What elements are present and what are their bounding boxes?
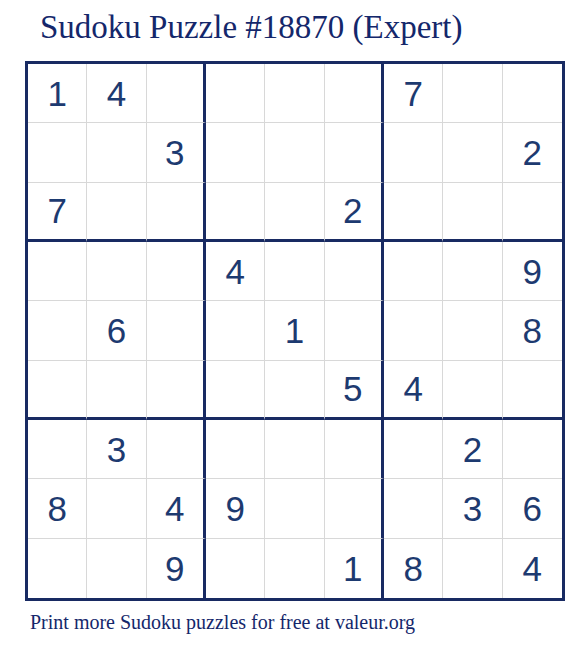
given-digit: 6 xyxy=(523,491,542,526)
given-digit: 4 xyxy=(225,254,244,289)
cell-r8c4: 9 xyxy=(206,479,265,538)
cell-r7c3 xyxy=(147,420,206,479)
cell-r3c7 xyxy=(384,183,443,242)
given-digit: 4 xyxy=(403,371,422,406)
cell-r7c8: 2 xyxy=(443,420,502,479)
cell-r8c6 xyxy=(325,479,384,538)
given-digit: 2 xyxy=(523,135,542,170)
cell-r1c7: 7 xyxy=(384,64,443,123)
cell-r5c4 xyxy=(206,301,265,360)
given-digit: 1 xyxy=(343,551,362,586)
cell-r4c9: 9 xyxy=(503,242,562,301)
cell-r3c6: 2 xyxy=(325,183,384,242)
cell-r4c7 xyxy=(384,242,443,301)
cell-r6c9 xyxy=(503,361,562,420)
cell-r1c1: 1 xyxy=(28,64,87,123)
cell-r7c7 xyxy=(384,420,443,479)
cell-r5c5: 1 xyxy=(265,301,324,360)
cell-r9c4 xyxy=(206,539,265,598)
cell-r5c6 xyxy=(325,301,384,360)
cell-r4c6 xyxy=(325,242,384,301)
cell-r1c8 xyxy=(443,64,502,123)
given-digit: 1 xyxy=(47,76,66,111)
cell-r4c4: 4 xyxy=(206,242,265,301)
cell-r1c4 xyxy=(206,64,265,123)
cell-r9c6: 1 xyxy=(325,539,384,598)
cell-r1c5 xyxy=(265,64,324,123)
cell-r1c3 xyxy=(147,64,206,123)
cell-r7c5 xyxy=(265,420,324,479)
given-digit: 6 xyxy=(107,313,126,348)
cell-r6c6: 5 xyxy=(325,361,384,420)
cell-r2c9: 2 xyxy=(503,123,562,182)
cell-r8c9: 6 xyxy=(503,479,562,538)
given-digit: 4 xyxy=(107,76,126,111)
cell-r5c2: 6 xyxy=(87,301,146,360)
cell-r5c7 xyxy=(384,301,443,360)
cell-r5c8 xyxy=(443,301,502,360)
cell-r3c3 xyxy=(147,183,206,242)
given-digit: 3 xyxy=(165,135,184,170)
cell-r2c3: 3 xyxy=(147,123,206,182)
given-digit: 8 xyxy=(47,491,66,526)
cell-r6c3 xyxy=(147,361,206,420)
given-digit: 1 xyxy=(285,313,304,348)
cell-r2c6 xyxy=(325,123,384,182)
cell-r9c9: 4 xyxy=(503,539,562,598)
cell-r6c1 xyxy=(28,361,87,420)
given-digit: 4 xyxy=(165,491,184,526)
cell-r5c1 xyxy=(28,301,87,360)
cell-r9c7: 8 xyxy=(384,539,443,598)
cell-r5c3 xyxy=(147,301,206,360)
sudoku-page: Sudoku Puzzle #18870 (Expert) 1473272496… xyxy=(0,0,580,651)
given-digit: 9 xyxy=(225,491,244,526)
cell-r4c3 xyxy=(147,242,206,301)
cell-r2c1 xyxy=(28,123,87,182)
cell-r3c9 xyxy=(503,183,562,242)
cell-r3c4 xyxy=(206,183,265,242)
sudoku-grid: 1473272496185432849369184 xyxy=(25,61,565,601)
cell-r8c1: 8 xyxy=(28,479,87,538)
cell-r8c3: 4 xyxy=(147,479,206,538)
given-digit: 2 xyxy=(463,432,482,467)
cell-r8c8: 3 xyxy=(443,479,502,538)
cell-r8c7 xyxy=(384,479,443,538)
given-digit: 7 xyxy=(47,193,66,228)
cell-r4c2 xyxy=(87,242,146,301)
cell-r3c2 xyxy=(87,183,146,242)
cell-r9c8 xyxy=(443,539,502,598)
page-title: Sudoku Puzzle #18870 (Expert) xyxy=(40,9,463,47)
cell-r9c5 xyxy=(265,539,324,598)
cell-r9c1 xyxy=(28,539,87,598)
cell-r3c8 xyxy=(443,183,502,242)
given-digit: 8 xyxy=(403,551,422,586)
cell-r6c2 xyxy=(87,361,146,420)
given-digit: 9 xyxy=(523,254,542,289)
cell-r8c2 xyxy=(87,479,146,538)
cell-r7c2: 3 xyxy=(87,420,146,479)
given-digit: 4 xyxy=(523,551,542,586)
cell-r1c6 xyxy=(325,64,384,123)
cell-r4c8 xyxy=(443,242,502,301)
cell-r9c2 xyxy=(87,539,146,598)
cell-r3c5 xyxy=(265,183,324,242)
cell-r4c5 xyxy=(265,242,324,301)
cell-r4c1 xyxy=(28,242,87,301)
cell-r6c7: 4 xyxy=(384,361,443,420)
cell-r9c3: 9 xyxy=(147,539,206,598)
cell-r2c2 xyxy=(87,123,146,182)
cell-r7c9 xyxy=(503,420,562,479)
given-digit: 2 xyxy=(343,193,362,228)
cell-r5c9: 8 xyxy=(503,301,562,360)
cell-r2c4 xyxy=(206,123,265,182)
cell-r6c5 xyxy=(265,361,324,420)
cell-r6c4 xyxy=(206,361,265,420)
cell-r2c7 xyxy=(384,123,443,182)
cell-r1c9 xyxy=(503,64,562,123)
given-digit: 7 xyxy=(403,76,422,111)
given-digit: 5 xyxy=(343,371,362,406)
cell-r3c1: 7 xyxy=(28,183,87,242)
given-digit: 8 xyxy=(523,313,542,348)
given-digit: 3 xyxy=(107,432,126,467)
footer-text: Print more Sudoku puzzles for free at va… xyxy=(30,611,415,634)
cell-r2c5 xyxy=(265,123,324,182)
cell-r7c6 xyxy=(325,420,384,479)
given-digit: 3 xyxy=(463,491,482,526)
cell-r8c5 xyxy=(265,479,324,538)
cell-r7c1 xyxy=(28,420,87,479)
cell-r2c8 xyxy=(443,123,502,182)
cell-r1c2: 4 xyxy=(87,64,146,123)
cell-r6c8 xyxy=(443,361,502,420)
given-digit: 9 xyxy=(165,551,184,586)
cell-r7c4 xyxy=(206,420,265,479)
